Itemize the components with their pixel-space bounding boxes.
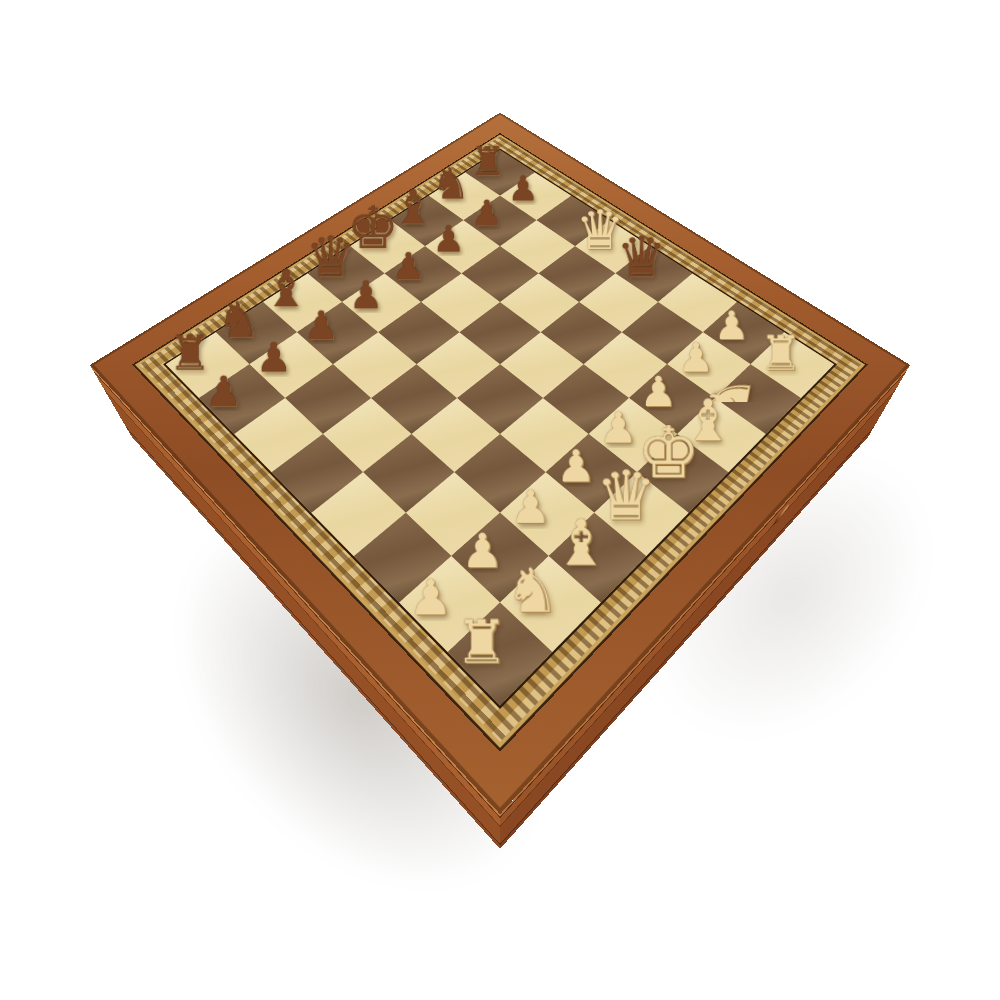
piece-black-pawn-a7[interactable]: ♟ [186,371,261,411]
chess-set-photo: ♜♟♛♛♟♜♞♟♟♞♝♟♟♝♚♟♟♚♛♟♟♛♝♟♟♝♞♟♟♞♜♟♟♜ [0,0,1000,1000]
piece-black-pawn-b7[interactable]: ♟ [237,338,310,376]
piece-white-rook-a1[interactable]: ♜ [435,614,526,671]
scene: ♜♟♛♛♟♜♞♟♟♞♝♟♟♝♚♟♟♚♛♟♟♛♝♟♟♝♞♟♟♞♜♟♟♜ [0,0,1000,1000]
drawer-knob[interactable] [774,501,791,525]
chess-case: ♜♟♛♛♟♜♞♟♟♞♝♟♟♝♚♟♟♚♛♟♟♛♝♟♟♝♞♟♟♞♜♟♟♜ [90,113,910,815]
chessboard: ♜♟♛♛♟♜♞♟♟♞♝♟♟♝♚♟♟♚♛♟♟♛♝♟♟♝♞♟♟♞♜♟♟♜ [163,149,837,709]
piece-black-queen-h4[interactable]: ♛ [608,231,675,284]
